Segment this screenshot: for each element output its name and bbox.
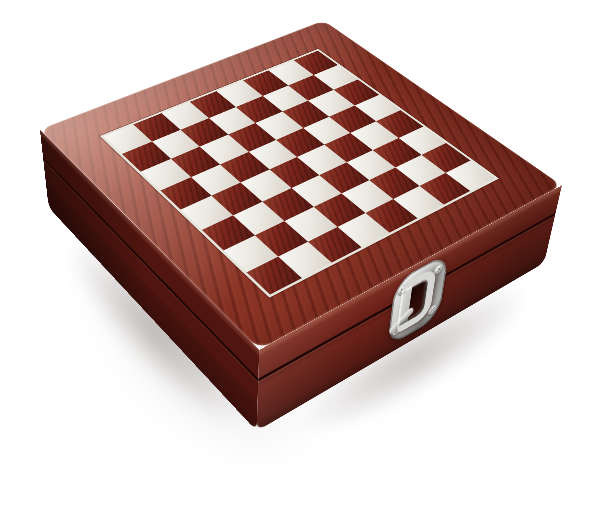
board-cell: [291, 175, 342, 207]
board-cell: [342, 180, 393, 212]
board-cell: [365, 199, 417, 233]
board-cell: [277, 241, 331, 278]
board-cell: [181, 196, 233, 230]
board-cell: [241, 170, 291, 202]
board-cell: [224, 236, 278, 273]
board-cell: [369, 167, 419, 199]
chess-box-3d: [40, 20, 562, 349]
board-cell: [232, 201, 284, 235]
board-cell: [141, 159, 191, 190]
photo-canvas: { "game": "chess", "position": { "fen": …: [0, 0, 610, 508]
board-cell: [255, 221, 308, 256]
chess-box: [102, 0, 493, 352]
board-cell: [160, 177, 211, 210]
board-cell: [269, 157, 319, 188]
board-cell: [393, 186, 444, 219]
board-cell: [246, 257, 301, 295]
product-photo: [0, 0, 610, 508]
box-lid-top: [40, 20, 562, 349]
board-cell: [220, 152, 269, 183]
board-cell: [190, 164, 240, 196]
board-cell: [319, 162, 369, 193]
board-cell: [419, 173, 470, 205]
board-cell: [202, 215, 255, 250]
board-cell: [313, 193, 365, 226]
board-cell: [308, 227, 361, 263]
board-cell: [337, 213, 390, 248]
board-cell: [284, 207, 336, 241]
board-cell: [262, 188, 313, 221]
board-cell: [211, 183, 262, 216]
